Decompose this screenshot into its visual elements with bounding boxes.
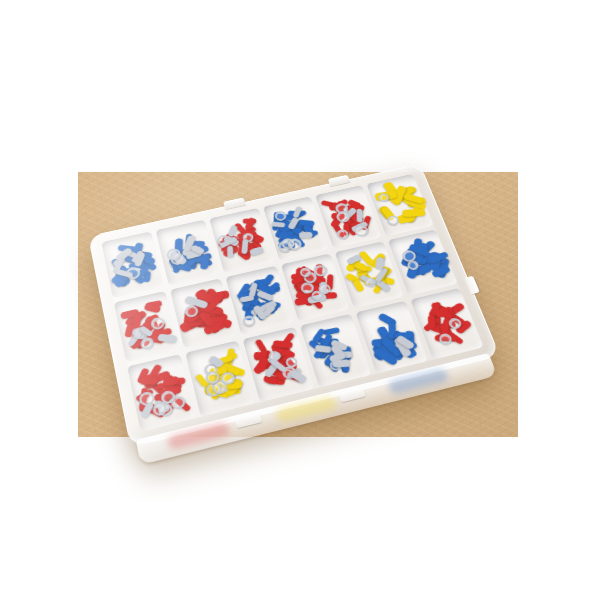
latch-tab: [338, 387, 365, 402]
compartment-r1c2-blue: [156, 220, 220, 286]
latch-tab: [235, 412, 263, 428]
compartment-r1c3-red: [210, 208, 275, 273]
organizer-box-anchor: [106, 174, 468, 414]
content-smudge-yellow: [275, 395, 339, 423]
organizer-box: [88, 164, 500, 448]
compartment-r3c1-red: [127, 354, 196, 431]
side-latch-tab: [464, 275, 479, 294]
compartment-r3c2-yellow: [186, 341, 256, 417]
silver-crimp-end: [241, 239, 249, 254]
compartment-r1c1-blue: [101, 231, 164, 298]
blue-terminal: [199, 254, 209, 269]
silver-ring-terminal: [354, 225, 369, 238]
tan-leather-backdrop: [78, 172, 518, 437]
hinge-tab: [223, 197, 245, 209]
content-smudge-red: [166, 421, 231, 450]
silver-crimp-end: [356, 208, 362, 222]
compartment-r2c1-red: [114, 291, 180, 363]
compartment-r2c3-blue: [226, 265, 294, 335]
compartment-r2c2-red: [170, 278, 237, 349]
silver-crimp-end: [299, 232, 312, 239]
photo-page: [0, 0, 600, 600]
content-smudge-blue: [387, 368, 450, 395]
red-terminal: [140, 377, 158, 385]
hinge-tab: [328, 175, 350, 187]
yellow-terminal: [402, 209, 425, 217]
silver-ring-terminal: [386, 215, 400, 227]
red-terminal: [427, 315, 435, 328]
silver-crimp-end: [332, 359, 350, 367]
silver-ring-terminal: [243, 315, 256, 326]
silver-crimp-end: [227, 246, 233, 259]
